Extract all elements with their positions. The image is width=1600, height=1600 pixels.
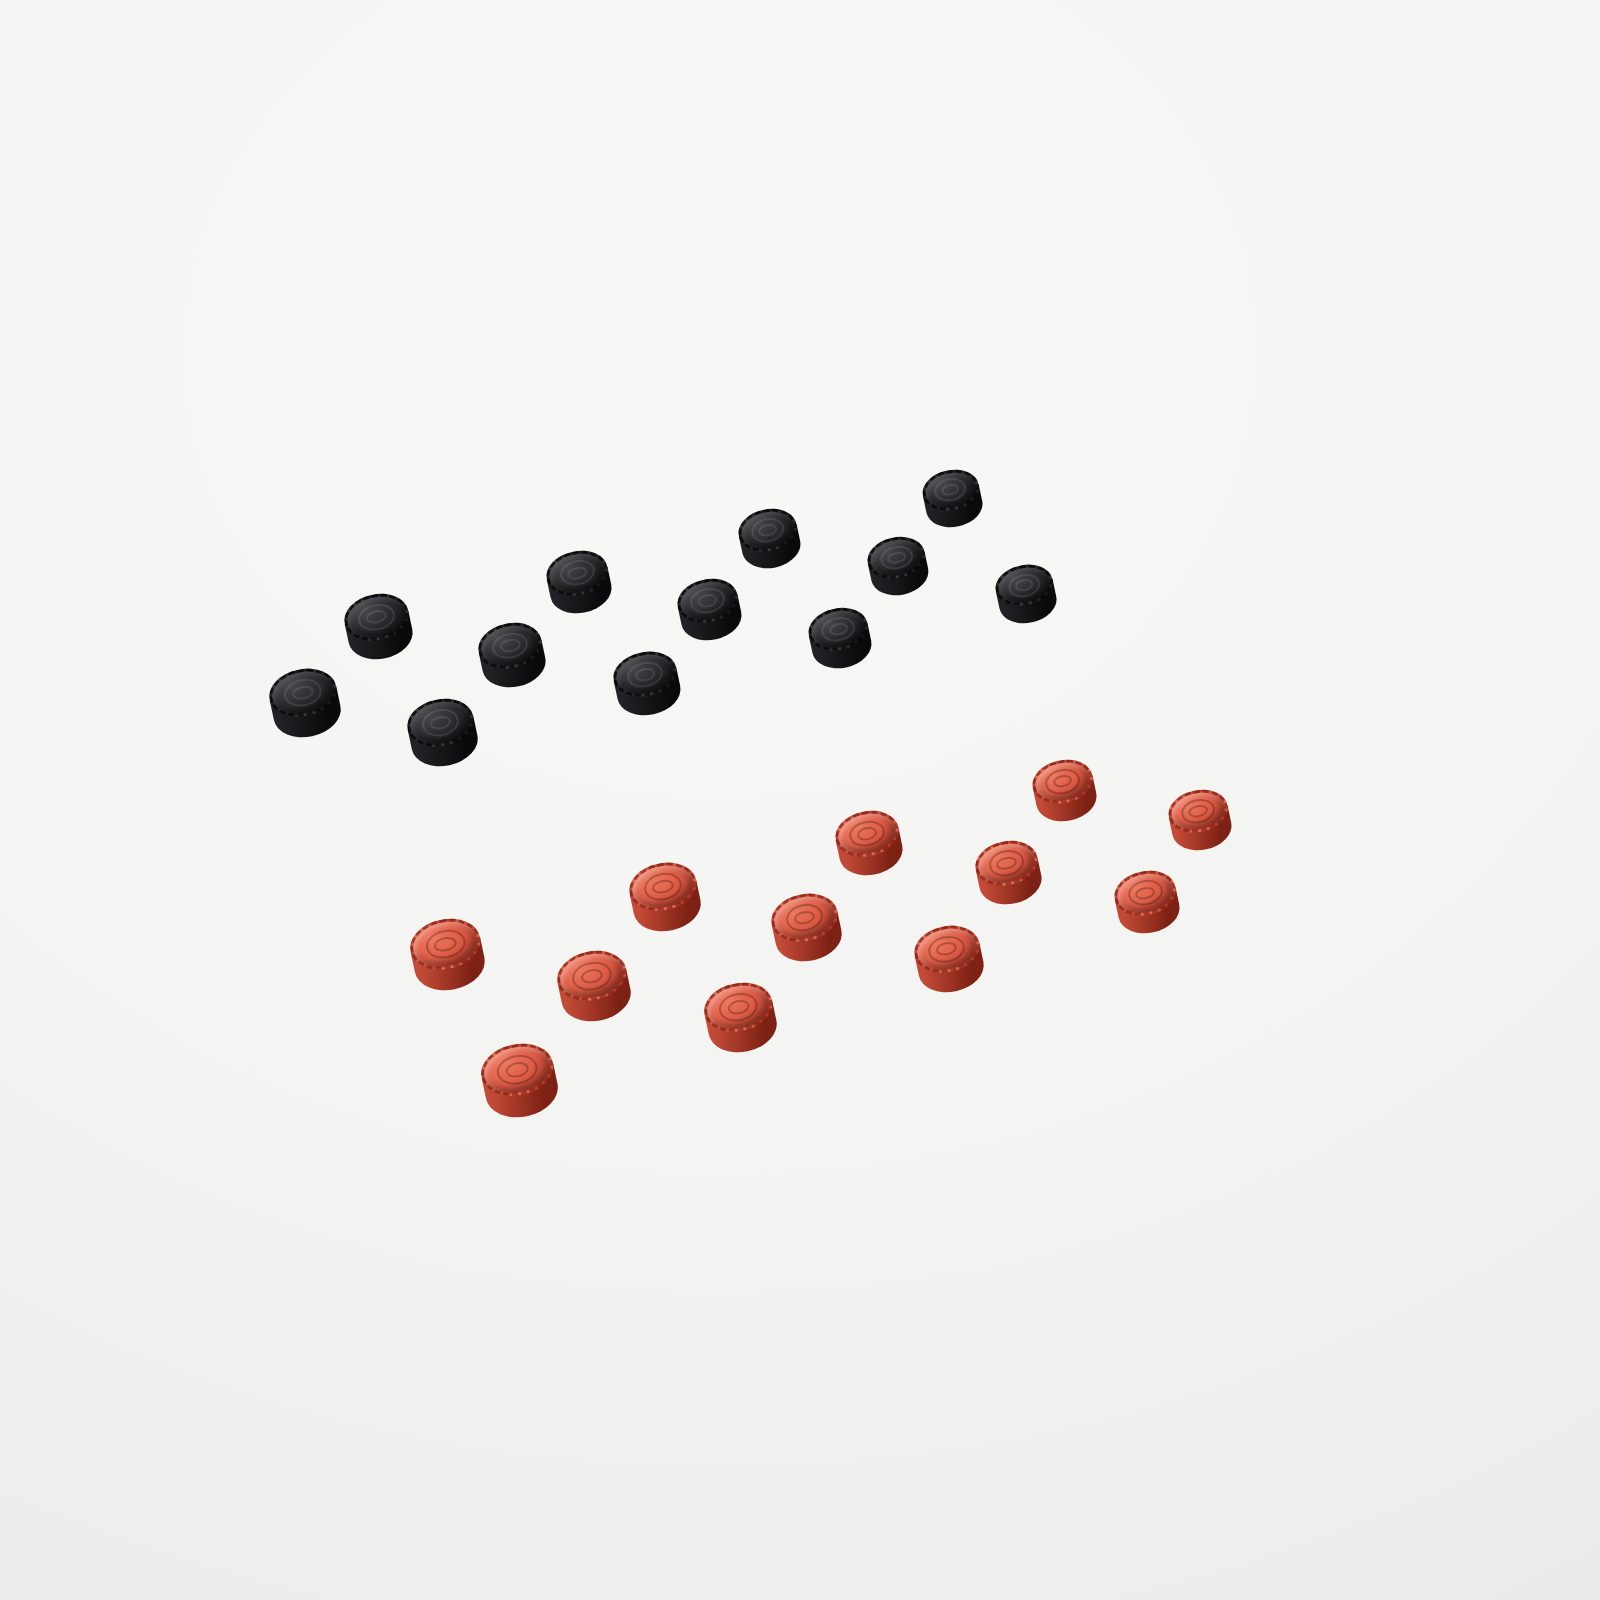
square-b5[interactable] <box>406 758 545 840</box>
crown-emboss-ring <box>688 585 727 616</box>
file-label-top-a: A <box>233 606 267 630</box>
piece-top-face <box>1028 755 1097 809</box>
square-f6[interactable] <box>775 611 906 685</box>
piece-shadow-c7 <box>477 650 553 685</box>
crown-emboss-center <box>499 637 522 654</box>
piece-top-face <box>863 532 929 584</box>
file-label-top-h: H <box>908 459 941 480</box>
square-d7[interactable] <box>546 605 678 679</box>
square-d6[interactable] <box>579 656 713 733</box>
rank-label-left-7: 7 <box>204 721 234 745</box>
piece-side <box>704 1000 781 1058</box>
piece-red-c3[interactable] <box>624 857 704 937</box>
rank-label-right-8: 8 <box>1009 481 1037 501</box>
square-b6[interactable] <box>373 703 510 783</box>
piece-top-face <box>910 920 984 979</box>
piece-shadow-g1 <box>1114 897 1187 931</box>
square-d8[interactable] <box>514 556 645 628</box>
piece-side <box>1169 805 1236 856</box>
square-e7[interactable] <box>644 583 775 656</box>
piece-black-c7[interactable] <box>474 617 550 693</box>
rank-label-left-4: 4 <box>310 916 341 943</box>
square-a5[interactable] <box>298 783 439 867</box>
piece-shadow-b2 <box>556 980 639 1019</box>
rank-label-right-5: 5 <box>1121 623 1151 645</box>
square-c8[interactable] <box>414 577 546 651</box>
piece-shadow-b8 <box>343 621 420 657</box>
file-label-top-b: B <box>337 584 371 607</box>
file-label-bottom-h: H <box>1265 925 1302 952</box>
square-g1[interactable] <box>1079 871 1218 956</box>
square-h4[interactable] <box>1053 686 1185 762</box>
rank-label-left-3: 3 <box>343 977 375 1005</box>
square-c3[interactable] <box>594 866 736 953</box>
crown-emboss-ring <box>1043 766 1081 797</box>
piece-red-d2[interactable] <box>767 888 846 967</box>
piece-top-face <box>402 693 477 753</box>
crown-emboss-ring <box>570 958 614 994</box>
crown-emboss-center <box>793 909 817 926</box>
crown-emboss-center <box>1052 774 1074 790</box>
square-f2[interactable] <box>940 842 1079 926</box>
crown-emboss-center <box>290 685 314 703</box>
square-d3[interactable] <box>699 839 839 924</box>
piece-shadow-g7 <box>866 561 935 593</box>
square-f3[interactable] <box>901 787 1038 869</box>
square-e2[interactable] <box>839 868 980 954</box>
crown-emboss-ring <box>494 1051 540 1088</box>
square-g2[interactable] <box>1038 816 1175 898</box>
piece-black-f6[interactable] <box>805 602 877 674</box>
piece-top-face <box>767 888 842 947</box>
crown-emboss-ring <box>557 557 596 589</box>
crown-emboss-center <box>579 967 604 985</box>
piece-black-d6[interactable] <box>609 646 684 721</box>
square-f5[interactable] <box>811 661 944 737</box>
piece-shadow-d6 <box>612 679 687 714</box>
crown-emboss-center <box>726 998 751 1016</box>
latch-tab <box>877 1089 1038 1151</box>
piece-shadow-e7 <box>677 605 749 639</box>
piece-top-face <box>735 504 802 557</box>
piece-shadow-h8 <box>922 493 989 524</box>
piece-black-a7[interactable] <box>264 663 344 743</box>
piece-top-face <box>406 912 486 976</box>
square-f8[interactable] <box>706 514 834 583</box>
piece-top-face <box>992 559 1057 610</box>
checkers-board-case: ABCDEFGH88776655 ABCDEFGH44332211 <box>110 428 1445 1268</box>
square-c6[interactable] <box>478 679 614 757</box>
file-label-bottom-f: F <box>1072 982 1107 1009</box>
square-g7[interactable] <box>834 540 962 610</box>
piece-side <box>479 639 551 693</box>
piece-shadow-a1 <box>480 1074 566 1114</box>
square-a8[interactable] <box>206 622 341 699</box>
piece-side <box>407 716 481 772</box>
crown-emboss-ring <box>749 515 786 545</box>
fold-seam <box>251 651 1207 909</box>
piece-side <box>915 942 988 997</box>
crown-emboss-ring <box>933 476 969 505</box>
piece-shadow-f2 <box>974 867 1049 902</box>
crown-emboss-center <box>995 855 1017 872</box>
piece-side <box>772 911 846 967</box>
file-label-bottom-b: B <box>648 1105 687 1136</box>
piece-shadow-d2 <box>771 922 850 959</box>
piece-side <box>678 594 746 646</box>
piece-side <box>923 484 986 532</box>
piece-shadow-g3 <box>1032 786 1104 820</box>
square-g5[interactable] <box>906 638 1037 712</box>
square-e5[interactable] <box>713 684 847 761</box>
piece-shadow-a3 <box>410 949 494 988</box>
piece-top-face <box>264 663 340 723</box>
crown-emboss-center <box>566 565 588 581</box>
piece-top-face <box>476 1037 558 1102</box>
piece-top-face <box>624 857 700 917</box>
square-c7[interactable] <box>445 628 579 704</box>
piece-side <box>269 686 344 743</box>
piece-black-b6[interactable] <box>402 693 481 772</box>
crown-emboss-center <box>428 714 452 732</box>
crown-emboss-center <box>633 667 656 684</box>
square-a3[interactable] <box>376 922 522 1013</box>
crown-emboss-center <box>1134 885 1156 901</box>
piece-shadow-c1 <box>703 1012 785 1050</box>
piece-shadow-f8 <box>738 534 808 567</box>
rank-label-left-8: 8 <box>174 668 203 692</box>
square-d1[interactable] <box>775 954 919 1045</box>
square-c2[interactable] <box>631 924 775 1014</box>
crown-emboss-ring <box>926 932 967 965</box>
piece-top-face <box>340 588 413 646</box>
square-h6[interactable] <box>962 567 1090 638</box>
square-b1[interactable] <box>558 1014 706 1109</box>
square-f4[interactable] <box>863 733 998 812</box>
piece-red-e1[interactable] <box>910 920 988 998</box>
pieces-layer <box>0 0 1600 1600</box>
crown-emboss-center <box>1187 803 1208 819</box>
piece-red-g1[interactable] <box>1110 865 1184 939</box>
piece-side <box>809 623 876 674</box>
square-h5[interactable] <box>999 616 1129 689</box>
crown-emboss-ring <box>784 901 826 935</box>
piece-top-face <box>609 646 680 703</box>
file-label-bottom-d: D <box>865 1041 904 1071</box>
rank-label-right-2: 2 <box>1259 798 1290 822</box>
crown-emboss-ring <box>716 990 760 1025</box>
square-a2[interactable] <box>410 982 558 1076</box>
square-c1[interactable] <box>668 984 814 1077</box>
rank-label-right-4: 4 <box>1176 693 1206 716</box>
rank-label-right-3: 3 <box>1217 745 1248 768</box>
file-label-bottom-g: G <box>1168 953 1207 981</box>
piece-red-h2[interactable] <box>1164 784 1235 855</box>
piece-side <box>1033 776 1101 827</box>
square-e4[interactable] <box>764 758 901 839</box>
crown-emboss-center <box>758 523 779 539</box>
square-g6[interactable] <box>870 589 999 661</box>
square-f7[interactable] <box>740 561 869 632</box>
piece-top-face <box>832 805 904 862</box>
square-f1[interactable] <box>980 898 1121 985</box>
rank-label-left-5: 5 <box>265 834 296 860</box>
crown-emboss-ring <box>820 614 858 645</box>
piece-side <box>629 880 704 937</box>
square-e1[interactable] <box>879 926 1022 1015</box>
crown-emboss-center <box>941 482 961 497</box>
piece-shadow-a7 <box>268 698 348 735</box>
file-label-bottom-a: A <box>535 1138 575 1170</box>
crown-emboss-ring <box>847 817 887 850</box>
square-a1[interactable] <box>446 1045 596 1142</box>
crown-emboss-ring <box>641 870 684 904</box>
crown-emboss-center <box>828 621 849 637</box>
square-c4[interactable] <box>559 809 699 893</box>
piece-side <box>1115 887 1184 939</box>
crown-emboss-ring <box>878 543 915 573</box>
piece-black-e7[interactable] <box>673 573 746 646</box>
piece-red-f2[interactable] <box>971 835 1046 910</box>
piece-side <box>482 1062 563 1124</box>
piece-top-face <box>542 545 612 601</box>
piece-shadow-c3 <box>628 891 708 928</box>
upper-inner-border-line <box>186 464 1147 879</box>
piece-red-c1[interactable] <box>699 977 781 1059</box>
rank-label-right-6: 6 <box>1083 574 1112 595</box>
photo-backdrop: { "game": "checkers", "scene": { "descri… <box>0 0 1600 1600</box>
square-h2[interactable] <box>1133 790 1268 871</box>
square-h7[interactable] <box>925 520 1051 589</box>
square-g8[interactable] <box>799 493 925 561</box>
piece-top-face <box>552 944 631 1007</box>
piece-shadow-e1 <box>914 953 991 989</box>
piece-top-face <box>474 617 546 675</box>
crown-emboss-ring <box>624 659 664 691</box>
piece-black-b8[interactable] <box>340 588 418 666</box>
upper-tray: ABCDEFGH88776655 <box>110 428 1197 895</box>
crown-emboss-center <box>856 825 879 842</box>
file-label-top-d: D <box>536 540 570 563</box>
file-label-bottom-e: E <box>970 1011 1007 1039</box>
crown-emboss-center <box>935 940 958 957</box>
piece-shadow-e3 <box>835 837 911 872</box>
file-label-top-c: C <box>438 562 472 585</box>
piece-red-e3[interactable] <box>832 805 908 881</box>
square-a4[interactable] <box>343 863 487 951</box>
rank-label-right-7: 7 <box>1045 527 1074 548</box>
crown-emboss-ring <box>1126 877 1165 909</box>
crown-emboss-center <box>650 878 674 896</box>
lower-outer-border-line <box>288 670 1398 1223</box>
square-e6[interactable] <box>678 633 811 708</box>
piece-side <box>547 566 616 618</box>
board-cast-shadow <box>134 494 1469 1334</box>
square-d4[interactable] <box>663 783 802 866</box>
piece-red-a3[interactable] <box>406 912 491 997</box>
piece-side <box>344 610 417 665</box>
rank-label-left-6: 6 <box>234 777 264 802</box>
square-d5[interactable] <box>613 708 749 787</box>
piece-shadow-d8 <box>545 577 618 611</box>
piece-shadow-b6 <box>406 727 485 764</box>
piece-side <box>739 524 805 574</box>
piece-top-face <box>805 602 873 656</box>
upper-tray-sheen <box>110 428 1196 894</box>
piece-side <box>996 579 1060 628</box>
piece-red-a1[interactable] <box>476 1037 563 1124</box>
crown-emboss-ring <box>1179 796 1217 826</box>
piece-top-face <box>673 573 742 628</box>
crown-emboss-ring <box>419 706 461 740</box>
crown-emboss-center <box>433 935 458 954</box>
crown-emboss-center <box>504 1060 530 1079</box>
piece-black-h8[interactable] <box>919 465 986 532</box>
hinge-left <box>227 878 269 921</box>
piece-black-g7[interactable] <box>863 532 932 601</box>
square-e8[interactable] <box>611 534 740 605</box>
crown-emboss-center <box>697 593 719 609</box>
case-side-face-outer <box>126 480 1461 1320</box>
file-label-top-g: G <box>817 479 852 501</box>
piece-top-face <box>919 465 983 515</box>
square-a7[interactable] <box>236 675 373 754</box>
crown-emboss-ring <box>281 676 324 710</box>
lower-tray-sheen <box>260 665 1447 1270</box>
lower-tray: ABCDEFGH44332211 <box>259 663 1446 1269</box>
piece-shadow-h6 <box>995 589 1063 621</box>
square-h3[interactable] <box>1092 737 1226 815</box>
square-a6[interactable] <box>266 728 405 810</box>
piece-side <box>975 857 1045 910</box>
case-side-face-inner <box>118 454 1453 1294</box>
square-h1[interactable] <box>1175 845 1312 928</box>
rank-label-left-1: 1 <box>412 1104 445 1134</box>
piece-black-f8[interactable] <box>735 504 805 574</box>
piece-side <box>558 968 636 1027</box>
square-g4[interactable] <box>959 709 1093 787</box>
piece-shadow-f6 <box>808 633 879 666</box>
file-label-top-e: E <box>633 520 665 542</box>
rank-label-left-2: 2 <box>377 1040 410 1069</box>
piece-black-d8[interactable] <box>542 545 616 619</box>
square-d2[interactable] <box>736 896 878 984</box>
piece-top-face <box>1110 865 1180 921</box>
board-contact-shadow <box>120 462 1455 1302</box>
piece-side <box>867 552 932 601</box>
square-b8[interactable] <box>311 599 445 674</box>
crown-emboss-ring <box>423 926 468 962</box>
lower-inner-border-line <box>323 677 1334 1158</box>
hinge-right <box>1184 639 1227 675</box>
file-label-top-f: F <box>728 499 758 520</box>
file-label-bottom-c: C <box>758 1073 797 1103</box>
piece-top-face <box>699 977 777 1039</box>
upper-outer-border-line <box>144 444 1175 888</box>
piece-red-b2[interactable] <box>552 944 635 1027</box>
crown-emboss-center <box>1014 578 1034 593</box>
crown-emboss-center <box>886 550 907 565</box>
crown-emboss-center <box>365 609 388 626</box>
piece-red-g3[interactable] <box>1028 755 1100 827</box>
piece-black-h6[interactable] <box>992 559 1060 627</box>
piece-side <box>411 937 490 997</box>
crown-emboss-ring <box>986 847 1026 879</box>
piece-shadow-h2 <box>1167 815 1238 848</box>
piece-top-face <box>971 835 1042 891</box>
square-b7[interactable] <box>342 651 478 728</box>
crown-emboss-ring <box>1006 571 1042 600</box>
rank-label-right-1: 1 <box>1302 852 1334 877</box>
square-b3[interactable] <box>487 894 631 983</box>
crown-emboss-ring <box>490 630 531 663</box>
square-g3[interactable] <box>998 762 1133 842</box>
square-h8[interactable] <box>890 474 1015 541</box>
piece-top-face <box>1164 784 1231 838</box>
crown-emboss-ring <box>356 601 397 634</box>
square-c5[interactable] <box>511 732 649 813</box>
piece-side <box>613 668 684 722</box>
piece-side <box>836 827 907 881</box>
square-b2[interactable] <box>522 953 668 1045</box>
square-e3[interactable] <box>801 813 940 896</box>
square-b4[interactable] <box>452 836 594 922</box>
